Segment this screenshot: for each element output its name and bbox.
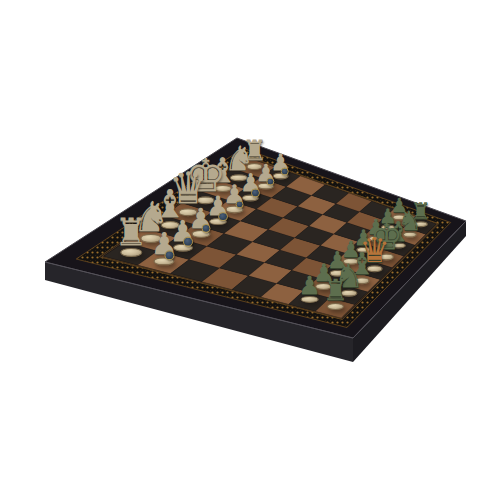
screenshot-root: ♜♟♞♟♝♟♚♟♛♟♟♜♝♟♟♞♟♞♝♟♟♜♚♟♟♛♟♝♟♞♟♜: [0, 0, 480, 480]
chess-board: [0, 0, 480, 480]
